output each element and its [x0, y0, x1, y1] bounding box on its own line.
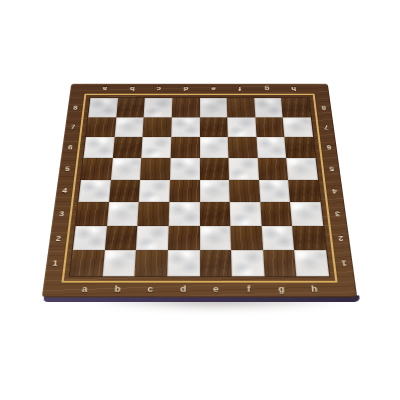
square-a2 [73, 226, 107, 251]
square-e8 [200, 98, 228, 117]
square-c1 [135, 250, 168, 276]
square-d7 [171, 117, 199, 137]
square-e2 [200, 226, 232, 251]
square-g5 [257, 158, 288, 180]
rank-label-right-6: 6 [320, 137, 338, 158]
square-a8 [88, 98, 117, 117]
square-a4 [78, 180, 110, 203]
file-label-top-f: f [226, 84, 253, 94]
square-g7 [255, 117, 285, 137]
square-e7 [200, 117, 228, 137]
file-label-top-g: g [253, 84, 281, 94]
file-label-top-e: e [200, 84, 227, 94]
square-f1 [231, 250, 264, 276]
square-b8 [116, 98, 145, 117]
square-f7 [227, 117, 256, 137]
file-label-bottom-b: b [101, 282, 135, 297]
square-c8 [144, 98, 172, 117]
square-b7 [114, 117, 144, 137]
square-d6 [171, 137, 200, 158]
rank-label-right-5: 5 [322, 158, 341, 180]
square-c3 [138, 202, 170, 226]
square-b1 [102, 250, 136, 276]
square-c5 [140, 158, 170, 180]
square-h4 [288, 180, 320, 203]
square-d2 [168, 226, 200, 251]
square-g6 [256, 137, 286, 158]
square-c7 [143, 117, 172, 137]
file-label-bottom-e: e [200, 282, 233, 297]
square-h6 [285, 137, 316, 158]
square-g8 [254, 98, 283, 117]
square-b4 [109, 180, 141, 203]
square-f6 [228, 137, 258, 158]
square-f8 [227, 98, 255, 117]
file-labels-bottom: abcdefgh [68, 282, 332, 297]
file-label-top-b: b [118, 84, 146, 94]
square-f4 [229, 180, 260, 203]
square-c2 [136, 226, 168, 251]
file-label-bottom-h: h [297, 282, 331, 297]
square-h2 [292, 226, 326, 251]
product-photo: abcdefgh abcdefgh 87654321 87654321 [0, 0, 400, 400]
square-f5 [228, 158, 258, 180]
file-label-top-d: d [172, 84, 199, 94]
chess-board: abcdefgh abcdefgh 87654321 87654321 [42, 84, 357, 298]
square-a6 [84, 137, 115, 158]
square-h7 [283, 117, 313, 137]
square-a5 [81, 158, 113, 180]
square-g4 [259, 180, 291, 203]
square-h8 [281, 98, 310, 117]
square-b6 [113, 137, 143, 158]
file-label-bottom-a: a [68, 282, 102, 297]
square-g1 [263, 250, 297, 276]
rank-label-right-7: 7 [317, 117, 335, 137]
board-frame: abcdefgh abcdefgh 87654321 87654321 [42, 84, 357, 298]
square-e3 [200, 202, 231, 226]
square-e5 [200, 158, 230, 180]
file-label-top-c: c [145, 84, 172, 94]
square-e6 [200, 137, 229, 158]
square-b2 [104, 226, 137, 251]
file-label-bottom-g: g [265, 282, 299, 297]
square-b3 [107, 202, 139, 226]
file-labels-top: abcdefgh [91, 84, 308, 94]
square-a7 [86, 117, 116, 137]
file-label-bottom-d: d [167, 282, 200, 297]
square-d5 [170, 158, 200, 180]
file-label-bottom-f: f [232, 282, 265, 297]
square-c6 [142, 137, 172, 158]
square-e4 [200, 180, 230, 203]
file-label-top-h: h [280, 84, 308, 94]
square-d4 [169, 180, 199, 203]
file-label-top-a: a [91, 84, 119, 94]
square-a1 [70, 250, 105, 276]
square-b5 [111, 158, 142, 180]
square-g2 [261, 226, 294, 251]
square-h3 [290, 202, 323, 226]
square-d3 [169, 202, 200, 226]
rank-label-right-8: 8 [315, 98, 332, 117]
square-h5 [286, 158, 318, 180]
playing-area [70, 98, 329, 276]
square-d1 [167, 250, 199, 276]
square-a3 [76, 202, 109, 226]
rank-label-right-4: 4 [325, 180, 344, 203]
square-f3 [230, 202, 262, 226]
square-e1 [200, 250, 232, 276]
rank-label-right-3: 3 [328, 202, 348, 226]
square-d8 [172, 98, 200, 117]
square-c4 [139, 180, 170, 203]
square-h1 [295, 250, 330, 276]
square-g3 [260, 202, 292, 226]
file-label-bottom-c: c [134, 282, 167, 297]
rank-label-right-2: 2 [331, 226, 351, 251]
square-f2 [230, 226, 262, 251]
rank-label-right-1: 1 [334, 250, 355, 276]
